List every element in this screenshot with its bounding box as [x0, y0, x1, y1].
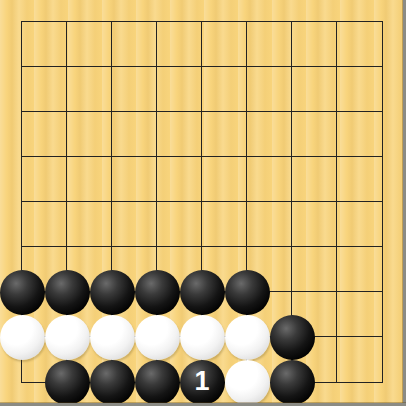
stone-black[interactable]	[45, 270, 90, 315]
stone-white[interactable]	[225, 360, 270, 405]
grid-cell	[22, 112, 67, 157]
stone-black[interactable]	[90, 360, 135, 405]
grid-cell	[247, 67, 292, 112]
grid-cell	[157, 112, 202, 157]
grid-cell	[67, 112, 112, 157]
grid-cell	[292, 22, 337, 67]
grid-cell	[202, 67, 247, 112]
grid-cell	[292, 157, 337, 202]
stone-white[interactable]	[180, 315, 225, 360]
grid-cell	[337, 22, 382, 67]
grid-cell	[337, 247, 382, 292]
grid-cell	[337, 112, 382, 157]
grid-cell	[22, 67, 67, 112]
grid-cell	[337, 67, 382, 112]
stone-black[interactable]	[270, 315, 315, 360]
grid-cell	[202, 22, 247, 67]
grid-cell	[337, 202, 382, 247]
grid-cell	[292, 202, 337, 247]
stone-black[interactable]	[180, 270, 225, 315]
grid-cell	[202, 157, 247, 202]
stone-white[interactable]	[135, 315, 180, 360]
grid-cell	[247, 202, 292, 247]
grid-cell	[292, 112, 337, 157]
move-number-label: 1	[194, 368, 209, 395]
grid-cell	[112, 22, 157, 67]
stone-black[interactable]	[0, 270, 45, 315]
stone-black[interactable]	[270, 360, 315, 405]
grid-cell	[112, 202, 157, 247]
stone-black[interactable]	[135, 270, 180, 315]
grid-cell	[22, 22, 67, 67]
stone-black[interactable]	[225, 270, 270, 315]
stone-black[interactable]: 1	[180, 360, 225, 405]
grid-cell	[157, 202, 202, 247]
stone-white[interactable]	[225, 315, 270, 360]
grid-cell	[112, 157, 157, 202]
grid-cell	[67, 157, 112, 202]
grid-cell	[67, 67, 112, 112]
grid-cell	[112, 112, 157, 157]
go-board[interactable]: 1	[0, 0, 406, 406]
stone-black[interactable]	[45, 360, 90, 405]
grid-cell	[202, 112, 247, 157]
grid-cell	[247, 112, 292, 157]
grid-cell	[67, 22, 112, 67]
grid-cell	[202, 202, 247, 247]
grid-cell	[247, 22, 292, 67]
grid-cell	[112, 67, 157, 112]
stone-white[interactable]	[90, 315, 135, 360]
grid-cell	[67, 202, 112, 247]
grid-cell	[157, 22, 202, 67]
stone-white[interactable]	[45, 315, 90, 360]
grid-cell	[292, 67, 337, 112]
stone-white[interactable]	[0, 315, 45, 360]
grid-cell	[157, 67, 202, 112]
grid-cell	[22, 202, 67, 247]
grid-cell	[337, 337, 382, 382]
stone-black[interactable]	[90, 270, 135, 315]
stone-black[interactable]	[135, 360, 180, 405]
grid-cell	[337, 157, 382, 202]
grid-cell	[337, 292, 382, 337]
grid-cell	[292, 247, 337, 292]
grid-cell	[22, 157, 67, 202]
grid-cell	[157, 157, 202, 202]
grid-cell	[247, 157, 292, 202]
